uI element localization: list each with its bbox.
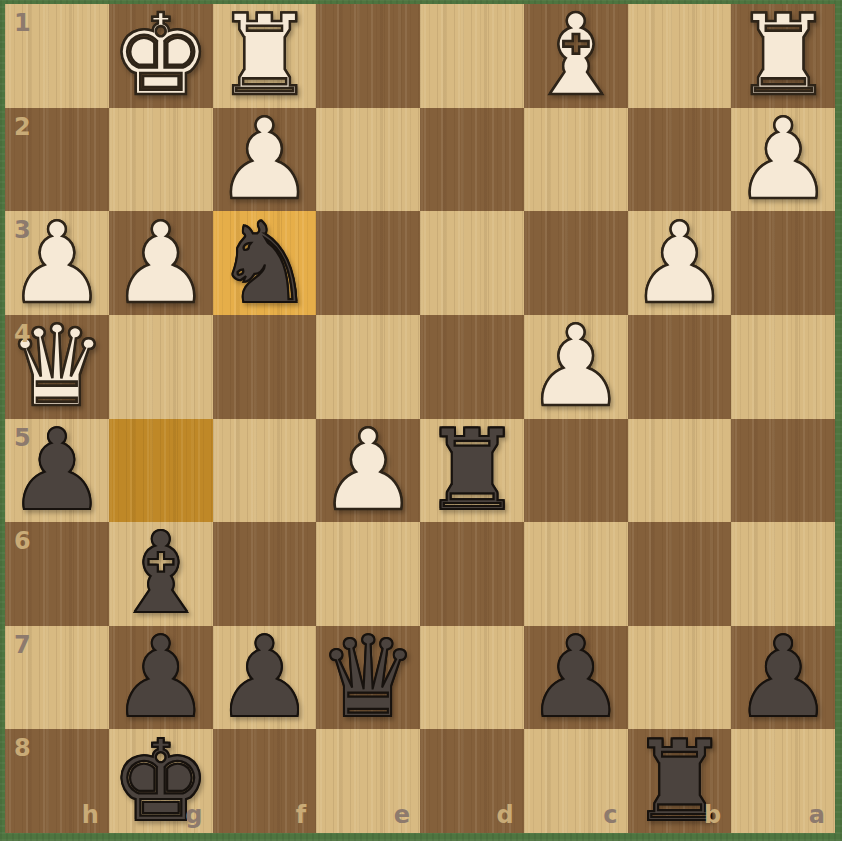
square-e7[interactable]: ♛ xyxy=(316,626,420,730)
white-pawn[interactable]: ♟ xyxy=(525,315,625,418)
square-a1[interactable]: ♜ xyxy=(731,4,835,108)
square-e2[interactable] xyxy=(316,108,420,212)
white-pawn[interactable]: ♟ xyxy=(214,108,314,211)
square-f7[interactable]: ♟ xyxy=(213,626,317,730)
black-pawn[interactable]: ♟ xyxy=(214,626,314,729)
square-a8[interactable]: a xyxy=(731,729,835,833)
white-pawn[interactable]: ♟ xyxy=(318,419,418,522)
square-f2[interactable]: ♟ xyxy=(213,108,317,212)
square-g1[interactable]: ♚ xyxy=(109,4,213,108)
rank-label-8: 8 xyxy=(14,734,31,762)
square-d5[interactable]: ♜ xyxy=(420,419,524,523)
square-b4[interactable] xyxy=(628,315,732,419)
white-pawn[interactable]: ♟ xyxy=(7,212,107,315)
square-a3[interactable] xyxy=(731,211,835,315)
square-a6[interactable] xyxy=(731,522,835,626)
square-e4[interactable] xyxy=(316,315,420,419)
rank-label-2: 2 xyxy=(14,113,31,141)
square-d8[interactable]: d xyxy=(420,729,524,833)
white-bishop[interactable]: ♝ xyxy=(525,4,625,107)
white-pawn[interactable]: ♟ xyxy=(733,108,833,211)
file-label-h: h xyxy=(82,801,99,829)
square-c6[interactable] xyxy=(524,522,628,626)
square-e3[interactable] xyxy=(316,211,420,315)
square-g2[interactable] xyxy=(109,108,213,212)
black-pawn[interactable]: ♟ xyxy=(733,626,833,729)
black-king[interactable]: ♚ xyxy=(110,730,210,833)
square-h7[interactable]: 7 xyxy=(5,626,109,730)
black-pawn[interactable]: ♟ xyxy=(110,626,210,729)
square-c7[interactable]: ♟ xyxy=(524,626,628,730)
square-h6[interactable]: 6 xyxy=(5,522,109,626)
file-label-a: a xyxy=(809,801,825,829)
square-f1[interactable]: ♜ xyxy=(213,4,317,108)
square-c3[interactable] xyxy=(524,211,628,315)
rank-label-1: 1 xyxy=(14,9,31,37)
white-rook[interactable]: ♜ xyxy=(733,4,833,107)
square-g4[interactable] xyxy=(109,315,213,419)
file-label-d: d xyxy=(497,801,514,829)
black-rook[interactable]: ♜ xyxy=(629,730,729,833)
black-pawn[interactable]: ♟ xyxy=(7,419,107,522)
white-queen[interactable]: ♛ xyxy=(7,315,107,418)
black-queen[interactable]: ♛ xyxy=(318,626,418,729)
square-b8[interactable]: b♜ xyxy=(628,729,732,833)
square-g8[interactable]: g♚ xyxy=(109,729,213,833)
square-a2[interactable]: ♟ xyxy=(731,108,835,212)
square-b2[interactable] xyxy=(628,108,732,212)
square-d3[interactable] xyxy=(420,211,524,315)
file-label-c: c xyxy=(603,801,617,829)
black-rook[interactable]: ♜ xyxy=(422,419,522,522)
square-a4[interactable] xyxy=(731,315,835,419)
square-a7[interactable]: ♟ xyxy=(731,626,835,730)
black-knight[interactable]: ♞ xyxy=(214,212,314,315)
square-g3[interactable]: ♟ xyxy=(109,211,213,315)
square-a5[interactable] xyxy=(731,419,835,523)
square-b6[interactable] xyxy=(628,522,732,626)
square-h2[interactable]: 2 xyxy=(5,108,109,212)
square-c4[interactable]: ♟ xyxy=(524,315,628,419)
square-b5[interactable] xyxy=(628,419,732,523)
chess-app: 1♚♜♝♜2♟♟3♟♟♞♟4♛♟5♟♟♜6♝7♟♟♛♟♟8hg♚fedcb♜a xyxy=(0,0,842,841)
square-h3[interactable]: 3♟ xyxy=(5,211,109,315)
square-g6[interactable]: ♝ xyxy=(109,522,213,626)
square-g5[interactable] xyxy=(109,419,213,523)
white-pawn[interactable]: ♟ xyxy=(110,212,210,315)
square-c5[interactable] xyxy=(524,419,628,523)
square-f4[interactable] xyxy=(213,315,317,419)
square-d1[interactable] xyxy=(420,4,524,108)
rank-label-7: 7 xyxy=(14,631,31,659)
chess-board: 1♚♜♝♜2♟♟3♟♟♞♟4♛♟5♟♟♜6♝7♟♟♛♟♟8hg♚fedcb♜a xyxy=(5,4,835,833)
file-label-f: f xyxy=(296,801,306,829)
square-h8[interactable]: 8h xyxy=(5,729,109,833)
square-e8[interactable]: e xyxy=(316,729,420,833)
black-bishop[interactable]: ♝ xyxy=(110,522,210,625)
square-c2[interactable] xyxy=(524,108,628,212)
square-f6[interactable] xyxy=(213,522,317,626)
square-b1[interactable] xyxy=(628,4,732,108)
square-d2[interactable] xyxy=(420,108,524,212)
square-h5[interactable]: 5♟ xyxy=(5,419,109,523)
square-f5[interactable] xyxy=(213,419,317,523)
square-d4[interactable] xyxy=(420,315,524,419)
square-d7[interactable] xyxy=(420,626,524,730)
square-f3[interactable]: ♞ xyxy=(213,211,317,315)
square-b7[interactable] xyxy=(628,626,732,730)
square-e5[interactable]: ♟ xyxy=(316,419,420,523)
square-e1[interactable] xyxy=(316,4,420,108)
square-c1[interactable]: ♝ xyxy=(524,4,628,108)
square-h1[interactable]: 1 xyxy=(5,4,109,108)
square-h4[interactable]: 4♛ xyxy=(5,315,109,419)
white-pawn[interactable]: ♟ xyxy=(629,212,729,315)
square-c8[interactable]: c xyxy=(524,729,628,833)
white-king[interactable]: ♚ xyxy=(110,4,210,107)
square-g7[interactable]: ♟ xyxy=(109,626,213,730)
white-rook[interactable]: ♜ xyxy=(214,4,314,107)
black-pawn[interactable]: ♟ xyxy=(525,626,625,729)
square-d6[interactable] xyxy=(420,522,524,626)
square-b3[interactable]: ♟ xyxy=(628,211,732,315)
square-f8[interactable]: f xyxy=(213,729,317,833)
square-e6[interactable] xyxy=(316,522,420,626)
file-label-e: e xyxy=(394,801,410,829)
